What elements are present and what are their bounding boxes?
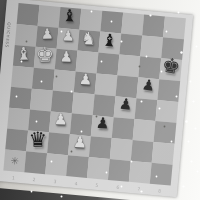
square-e3 bbox=[51, 91, 74, 114]
square-g8 bbox=[152, 142, 175, 165]
square-g3 bbox=[47, 132, 70, 155]
square-f4 bbox=[70, 113, 93, 136]
square-e4 bbox=[72, 92, 95, 115]
square-d5 bbox=[95, 73, 118, 96]
square-f8 bbox=[154, 121, 177, 144]
square-f6 bbox=[112, 117, 135, 140]
square-e2 bbox=[30, 89, 53, 112]
square-h1: ✳ bbox=[3, 149, 26, 172]
piece-white-pawn-b3: ♟ bbox=[62, 29, 75, 43]
square-b5: ♝ bbox=[98, 32, 121, 55]
square-h4 bbox=[66, 155, 89, 178]
square-h8 bbox=[150, 163, 173, 186]
square-c4 bbox=[76, 51, 99, 74]
piece-white-pawn-g4: ♟ bbox=[72, 135, 87, 151]
square-a6 bbox=[121, 13, 144, 36]
square-e6: ♟ bbox=[114, 96, 137, 119]
square-f2 bbox=[28, 110, 51, 133]
square-h3 bbox=[45, 153, 68, 176]
coordinate-label-4: 4 bbox=[74, 181, 77, 186]
square-g5 bbox=[89, 136, 112, 159]
square-c3: ♟ bbox=[55, 49, 78, 72]
square-g6 bbox=[110, 138, 133, 161]
coordinate-label-8: 8 bbox=[158, 189, 161, 194]
square-b1 bbox=[15, 24, 38, 47]
chess-board: ♝♟♟♞♝♝♚♟♚♟♟♟♟♟♛♟✳ bbox=[3, 3, 186, 186]
square-c8: ♚ bbox=[159, 58, 182, 81]
board-brand-text: QUICHESS bbox=[5, 22, 12, 48]
square-a7 bbox=[142, 14, 165, 37]
coordinate-label-3: 3 bbox=[53, 179, 56, 184]
coordinate-label-2: 2 bbox=[32, 177, 35, 182]
square-d1 bbox=[11, 66, 34, 89]
square-h5 bbox=[87, 157, 110, 180]
piece-black-pawn-e6: ♟ bbox=[118, 97, 133, 113]
coordinate-label-7: 7 bbox=[137, 187, 140, 192]
square-a2 bbox=[38, 5, 61, 28]
board-wrapper: QUICHESS ♝♟♟♞♝♝♚♟♚♟♟♟♟♟♛♟✳ 12345678 bbox=[0, 0, 193, 197]
square-b7 bbox=[140, 35, 163, 58]
piece-black-bishop-b5: ♝ bbox=[102, 31, 119, 49]
coordinate-label-1: 1 bbox=[12, 175, 15, 180]
photo-scene: QUICHESS ♝♟♟♞♝♝♚♟♚♟♟♟♟♟♛♟✳ 12345678 bbox=[0, 0, 200, 200]
piece-white-pawn-f3: ♟ bbox=[54, 112, 68, 127]
piece-white-knight-b4: ♞ bbox=[81, 29, 97, 47]
photo-noise-specks-dark bbox=[0, 0, 1, 1]
square-b2: ♟ bbox=[36, 26, 59, 49]
square-a5 bbox=[100, 11, 123, 34]
piece-black-pawn-d7: ♟ bbox=[141, 77, 156, 93]
square-h2 bbox=[24, 151, 47, 174]
piece-black-bishop-a3: ♝ bbox=[62, 7, 77, 24]
square-g7 bbox=[131, 140, 154, 163]
square-d2 bbox=[32, 68, 55, 91]
square-g2: ♛ bbox=[26, 130, 49, 153]
square-a3: ♝ bbox=[59, 7, 82, 30]
board-stamp-icon: ✳ bbox=[10, 156, 19, 167]
piece-black-queen-g2: ♛ bbox=[28, 128, 47, 149]
square-a1 bbox=[17, 3, 40, 26]
square-h6 bbox=[108, 159, 131, 182]
square-e5 bbox=[93, 94, 116, 117]
square-h7 bbox=[129, 161, 152, 184]
square-b3: ♟ bbox=[57, 28, 80, 51]
chessboard-photo: QUICHESS ♝♟♟♞♝♝♚♟♚♟♟♟♟♟♛♟✳ 12345678 bbox=[0, 0, 200, 200]
square-a4 bbox=[79, 9, 102, 32]
square-d3 bbox=[53, 70, 76, 93]
square-d7: ♟ bbox=[136, 77, 159, 100]
square-f5: ♟ bbox=[91, 115, 114, 138]
square-b6 bbox=[119, 34, 142, 57]
square-g1 bbox=[5, 129, 28, 152]
square-b8 bbox=[161, 37, 184, 60]
piece-white-pawn-d4: ♟ bbox=[78, 72, 92, 87]
square-b4: ♞ bbox=[78, 30, 101, 53]
piece-white-bishop-c1: ♝ bbox=[16, 44, 32, 62]
square-d4: ♟ bbox=[74, 72, 97, 95]
piece-white-king-c2: ♚ bbox=[36, 45, 55, 66]
square-g4: ♟ bbox=[68, 134, 91, 157]
square-f3: ♟ bbox=[49, 111, 72, 134]
square-c1: ♝ bbox=[13, 45, 36, 68]
square-c7 bbox=[138, 56, 161, 79]
square-c5 bbox=[97, 53, 120, 76]
square-f7 bbox=[133, 119, 156, 142]
square-e1 bbox=[9, 87, 32, 110]
coordinate-label-6: 6 bbox=[116, 185, 119, 190]
square-c2: ♚ bbox=[34, 47, 57, 70]
piece-black-pawn-f5: ♟ bbox=[95, 116, 110, 132]
piece-white-pawn-b2: ♟ bbox=[41, 27, 54, 41]
square-e7 bbox=[135, 98, 158, 121]
piece-white-pawn-c3: ♟ bbox=[60, 50, 73, 65]
board-border: QUICHESS ♝♟♟♞♝♝♚♟♚♟♟♟♟♟♛♟✳ 12345678 bbox=[0, 0, 193, 197]
square-a8 bbox=[163, 16, 186, 39]
square-e8 bbox=[155, 100, 178, 123]
square-d6 bbox=[116, 75, 139, 98]
coordinate-label-5: 5 bbox=[95, 183, 98, 188]
square-c6 bbox=[117, 54, 140, 77]
square-f1 bbox=[7, 108, 30, 131]
square-d8 bbox=[157, 79, 180, 102]
